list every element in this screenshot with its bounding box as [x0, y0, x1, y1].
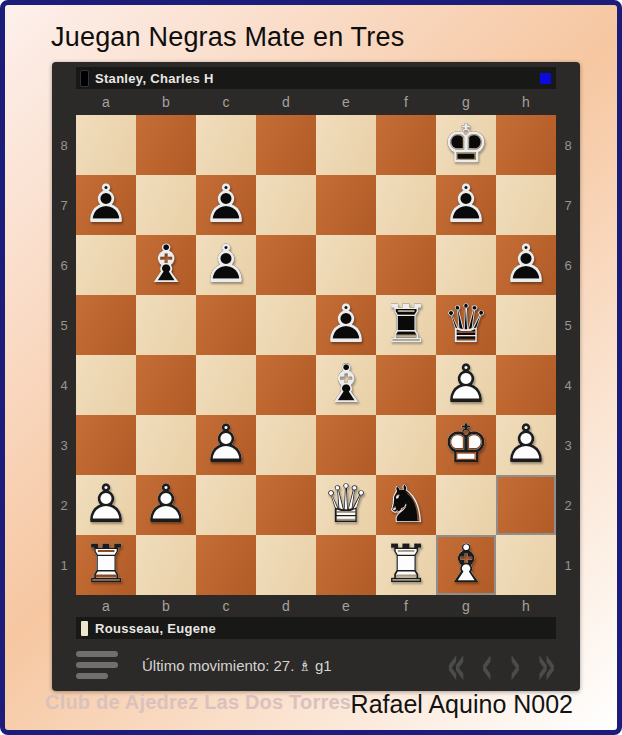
square-c7[interactable]: ♟♙: [196, 175, 256, 235]
file-labels-bottom: abcdefgh: [76, 595, 556, 617]
square-e4[interactable]: ♝♗: [316, 355, 376, 415]
square-g6[interactable]: [436, 235, 496, 295]
square-a4[interactable]: [76, 355, 136, 415]
square-g3[interactable]: ♚♔: [436, 415, 496, 475]
file-label-b: b: [136, 94, 196, 110]
menu-bar: [76, 651, 118, 657]
square-g7[interactable]: ♟♙: [436, 175, 496, 235]
file-label-b: b: [136, 598, 196, 614]
square-a8[interactable]: [76, 115, 136, 175]
white-rook[interactable]: ♜♖: [76, 535, 136, 595]
square-f1[interactable]: ♜♖: [376, 535, 436, 595]
file-label-e: e: [316, 598, 376, 614]
white-bishop[interactable]: ♝♗: [436, 535, 496, 595]
black-pawn[interactable]: ♟♙: [196, 235, 256, 295]
square-d5[interactable]: [256, 295, 316, 355]
piece-outline: ♔: [436, 115, 496, 175]
piece-outline: ♙: [496, 235, 556, 295]
file-label-a: a: [76, 598, 136, 614]
square-h1[interactable]: [496, 535, 556, 595]
move-indicator: [540, 73, 551, 84]
square-b5[interactable]: [136, 295, 196, 355]
rank-label-3: 3: [60, 438, 67, 453]
square-b6[interactable]: ♝♗: [136, 235, 196, 295]
square-e5[interactable]: ♟♙: [316, 295, 376, 355]
piece-outline: ♖: [376, 535, 436, 595]
black-pawn[interactable]: ♟♙: [496, 235, 556, 295]
square-d4[interactable]: [256, 355, 316, 415]
square-c6[interactable]: ♟♙: [196, 235, 256, 295]
black-pawn[interactable]: ♟♙: [76, 175, 136, 235]
rank-label-5: 5: [564, 318, 571, 333]
black-pawn[interactable]: ♟♙: [196, 175, 256, 235]
square-b3[interactable]: [136, 415, 196, 475]
square-e2[interactable]: ♛♕: [316, 475, 376, 535]
piece-outline: ♙: [316, 295, 376, 355]
square-d2[interactable]: [256, 475, 316, 535]
black-bishop[interactable]: ♝♗: [316, 355, 376, 415]
white-pawn[interactable]: ♟♙: [436, 355, 496, 415]
black-bishop[interactable]: ♝♗: [136, 235, 196, 295]
square-f4[interactable]: [376, 355, 436, 415]
square-f8[interactable]: [376, 115, 436, 175]
piece-outline: ♙: [76, 175, 136, 235]
rank-label-3: 3: [564, 438, 571, 453]
file-label-g: g: [436, 598, 496, 614]
white-pawn[interactable]: ♟♙: [496, 415, 556, 475]
rank-labels-left: 87654321: [52, 115, 76, 595]
rank-label-5: 5: [60, 318, 67, 333]
white-color-chip: [81, 621, 88, 636]
square-g2[interactable]: [436, 475, 496, 535]
square-a1[interactable]: ♜♖: [76, 535, 136, 595]
black-queen[interactable]: ♛♕: [436, 295, 496, 355]
square-f5[interactable]: ♜♖: [376, 295, 436, 355]
square-d3[interactable]: [256, 415, 316, 475]
file-label-d: d: [256, 598, 316, 614]
player-name-top: Stanley, Charles H: [95, 71, 214, 86]
black-color-chip: [81, 71, 88, 86]
square-h3[interactable]: ♟♙: [496, 415, 556, 475]
square-g1[interactable]: ♝♗: [436, 535, 496, 595]
last-move-status: Último movimiento: 27. ♗ g1: [142, 657, 332, 674]
black-knight[interactable]: ♞♘: [376, 475, 436, 535]
file-label-e: e: [316, 94, 376, 110]
file-label-h: h: [496, 94, 556, 110]
file-label-d: d: [256, 94, 316, 110]
club-watermark: Club de Ajedrez Las Dos Torres: [45, 691, 351, 714]
file-label-h: h: [496, 598, 556, 614]
rank-label-2: 2: [60, 498, 67, 513]
square-a6[interactable]: [76, 235, 136, 295]
square-d7[interactable]: [256, 175, 316, 235]
square-a3[interactable]: [76, 415, 136, 475]
piece-outline: ♖: [376, 295, 436, 355]
piece-outline: ♙: [436, 355, 496, 415]
rank-label-7: 7: [60, 198, 67, 213]
square-c3[interactable]: ♟♙: [196, 415, 256, 475]
piece-outline: ♗: [136, 235, 196, 295]
piece-outline: ♙: [196, 235, 256, 295]
square-c8[interactable]: [196, 115, 256, 175]
page-title: Juegan Negras Mate en Tres: [51, 22, 404, 53]
square-h7[interactable]: [496, 175, 556, 235]
square-c5[interactable]: [196, 295, 256, 355]
square-a2[interactable]: ♟♙: [76, 475, 136, 535]
piece-outline: ♖: [76, 535, 136, 595]
square-e6[interactable]: [316, 235, 376, 295]
rank-label-6: 6: [60, 258, 67, 273]
white-pawn[interactable]: ♟♙: [196, 415, 256, 475]
piece-outline: ♕: [316, 475, 376, 535]
white-queen[interactable]: ♛♕: [316, 475, 376, 535]
square-h6[interactable]: ♟♙: [496, 235, 556, 295]
white-pawn[interactable]: ♟♙: [136, 475, 196, 535]
piece-outline: ♙: [196, 175, 256, 235]
piece-outline: ♗: [316, 355, 376, 415]
square-b7[interactable]: [136, 175, 196, 235]
page-frame: Juegan Negras Mate en Tres Stanley, Char…: [0, 0, 622, 735]
piece-outline: ♙: [496, 415, 556, 475]
piece-outline: ♔: [436, 415, 496, 475]
piece-outline: ♘: [376, 475, 436, 535]
square-h4[interactable]: [496, 355, 556, 415]
square-f6[interactable]: [376, 235, 436, 295]
square-g8[interactable]: ♚♔: [436, 115, 496, 175]
menu-bar: [76, 662, 118, 668]
square-e1[interactable]: [316, 535, 376, 595]
piece-outline: ♗: [436, 535, 496, 595]
square-d6[interactable]: [256, 235, 316, 295]
square-f2[interactable]: ♞♘: [376, 475, 436, 535]
rank-label-6: 6: [564, 258, 571, 273]
last-move-label: Último movimiento:: [142, 657, 270, 674]
piece-outline: ♙: [436, 175, 496, 235]
menu-button[interactable]: [76, 651, 118, 679]
piece-outline: ♙: [136, 475, 196, 535]
white-pawn[interactable]: ♟♙: [76, 475, 136, 535]
player-name-bottom: Rousseau, Eugene: [95, 621, 216, 636]
file-label-f: f: [376, 94, 436, 110]
black-pawn[interactable]: ♟♙: [316, 295, 376, 355]
file-label-c: c: [196, 94, 256, 110]
square-h2[interactable]: [496, 475, 556, 535]
move-navigation: « ‹ › »: [447, 645, 556, 685]
piece-outline: ♙: [196, 415, 256, 475]
move-square: g1: [315, 657, 332, 674]
rank-label-7: 7: [564, 198, 571, 213]
square-b4[interactable]: [136, 355, 196, 415]
rank-label-1: 1: [60, 558, 67, 573]
black-pawn[interactable]: ♟♙: [436, 175, 496, 235]
square-c4[interactable]: [196, 355, 256, 415]
file-label-g: g: [436, 94, 496, 110]
black-rook[interactable]: ♜♖: [376, 295, 436, 355]
rank-label-8: 8: [60, 138, 67, 153]
square-f7[interactable]: [376, 175, 436, 235]
square-g4[interactable]: ♟♙: [436, 355, 496, 415]
file-label-c: c: [196, 598, 256, 614]
rank-label-8: 8: [564, 138, 571, 153]
player-bar-top: Stanley, Charles H: [76, 67, 556, 89]
file-label-a: a: [76, 94, 136, 110]
file-label-f: f: [376, 598, 436, 614]
bishop-icon: ♗: [298, 658, 311, 674]
move-number: 27.: [274, 657, 295, 674]
square-b1[interactable]: [136, 535, 196, 595]
white-rook[interactable]: ♜♖: [376, 535, 436, 595]
square-b2[interactable]: ♟♙: [136, 475, 196, 535]
rank-label-4: 4: [60, 378, 67, 393]
square-d1[interactable]: [256, 535, 316, 595]
square-a5[interactable]: [76, 295, 136, 355]
file-labels-top: abcdefgh: [76, 89, 556, 115]
square-c2[interactable]: [196, 475, 256, 535]
square-e3[interactable]: [316, 415, 376, 475]
square-h5[interactable]: [496, 295, 556, 355]
square-a7[interactable]: ♟♙: [76, 175, 136, 235]
square-f3[interactable]: [376, 415, 436, 475]
control-bar: Último movimiento: 27. ♗ g1 « ‹ › »: [76, 645, 556, 685]
chess-board: ♚♔♟♙♟♙♟♙♝♗♟♙♟♙♟♙♜♖♛♕♝♗♟♙♟♙♚♔♟♙♟♙♟♙♛♕♞♘♜♖…: [76, 115, 556, 595]
square-d8[interactable]: [256, 115, 316, 175]
piece-outline: ♙: [76, 475, 136, 535]
rank-label-2: 2: [564, 498, 571, 513]
square-h8[interactable]: [496, 115, 556, 175]
square-b8[interactable]: [136, 115, 196, 175]
rank-label-4: 4: [564, 378, 571, 393]
black-king[interactable]: ♚♔: [436, 115, 496, 175]
white-king[interactable]: ♚♔: [436, 415, 496, 475]
menu-bar: [76, 673, 108, 679]
rank-label-1: 1: [564, 558, 571, 573]
chess-widget: Stanley, Charles H abcdefgh 87654321 ♚♔♟…: [52, 62, 580, 691]
square-c1[interactable]: [196, 535, 256, 595]
rank-labels-right: 87654321: [556, 115, 580, 595]
square-e7[interactable]: [316, 175, 376, 235]
square-e8[interactable]: [316, 115, 376, 175]
author-credit: Rafael Aquino N002: [351, 690, 573, 719]
square-g5[interactable]: ♛♕: [436, 295, 496, 355]
piece-outline: ♕: [436, 295, 496, 355]
